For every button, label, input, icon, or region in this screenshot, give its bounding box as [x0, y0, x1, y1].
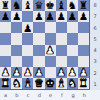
square-a3[interactable] [0, 56, 11, 67]
white-pawn: ♟ [34, 67, 43, 77]
square-c8[interactable]: ♝ [22, 0, 33, 11]
square-f2[interactable]: ♟ [56, 67, 67, 78]
square-f5[interactable] [56, 33, 67, 44]
file-label-h: h [79, 90, 90, 100]
rank-label-1: 1 [90, 79, 100, 90]
square-c5[interactable] [22, 33, 33, 44]
white-bishop: ♝ [23, 78, 32, 88]
square-d3[interactable] [33, 56, 44, 67]
black-pawn: ♟ [56, 11, 65, 21]
black-pawn: ♟ [79, 11, 88, 21]
square-f8[interactable]: ♝ [56, 0, 67, 11]
file-coordinates: abcdefgh [0, 90, 90, 100]
square-c3[interactable] [22, 56, 33, 67]
square-e6[interactable] [45, 22, 56, 33]
file-label-e: e [45, 90, 56, 100]
square-d8[interactable]: ♛ [33, 0, 44, 11]
square-a7[interactable]: ♟ [0, 11, 11, 22]
square-d5[interactable] [33, 33, 44, 44]
black-bishop: ♝ [23, 0, 32, 10]
white-pawn: ♟ [45, 45, 54, 55]
square-e8[interactable]: ♚ [45, 0, 56, 11]
white-bishop: ♝ [56, 78, 65, 88]
square-a6[interactable] [0, 22, 11, 33]
square-g3[interactable] [67, 56, 78, 67]
square-e4[interactable]: ♟ [45, 45, 56, 56]
square-b7[interactable]: ♟ [11, 11, 22, 22]
white-pawn: ♟ [68, 67, 77, 77]
white-knight: ♞ [12, 78, 21, 88]
file-label-b: b [11, 90, 22, 100]
square-g4[interactable] [67, 45, 78, 56]
white-knight: ♞ [68, 78, 77, 88]
square-h5[interactable] [78, 33, 89, 44]
square-g5[interactable] [67, 33, 78, 44]
square-d6[interactable] [33, 22, 44, 33]
square-c1[interactable]: ♝ [22, 78, 33, 89]
square-b3[interactable] [11, 56, 22, 67]
square-g7[interactable]: ♟ [67, 11, 78, 22]
square-a1[interactable]: ♜ [0, 78, 11, 89]
black-pawn: ♟ [34, 11, 43, 21]
square-d2[interactable]: ♟ [33, 67, 44, 78]
square-g6[interactable] [67, 22, 78, 33]
square-a2[interactable]: ♟ [0, 67, 11, 78]
square-g1[interactable]: ♞ [67, 78, 78, 89]
square-f7[interactable]: ♟ [56, 11, 67, 22]
square-e5[interactable] [45, 33, 56, 44]
square-d7[interactable]: ♟ [33, 11, 44, 22]
square-e7[interactable]: ♟ [45, 11, 56, 22]
black-king: ♚ [45, 0, 54, 10]
square-a8[interactable]: ♜ [0, 0, 11, 11]
square-h7[interactable]: ♟ [78, 11, 89, 22]
square-c6[interactable]: ♟ [22, 22, 33, 33]
rank-label-7: 7 [90, 11, 100, 22]
square-f1[interactable]: ♝ [56, 78, 67, 89]
black-knight: ♞ [68, 0, 77, 10]
white-king: ♚ [45, 78, 54, 88]
square-b8[interactable]: ♞ [11, 0, 22, 11]
file-label-c: c [23, 90, 34, 100]
black-rook: ♜ [1, 0, 10, 10]
square-b1[interactable]: ♞ [11, 78, 22, 89]
square-c4[interactable] [22, 45, 33, 56]
black-pawn: ♟ [45, 11, 54, 21]
square-e2[interactable] [45, 67, 56, 78]
white-rook: ♜ [79, 78, 88, 88]
black-pawn: ♟ [23, 22, 32, 32]
chessboard-widget: ♜♞♝♛♚♝♞♜♟♟♟♟♟♟♟♟♟♟♟♟♟♟♟♟♜♞♝♛♚♝♞♜ 8765432… [0, 0, 100, 100]
square-f3[interactable] [56, 56, 67, 67]
rank-label-6: 6 [90, 23, 100, 34]
black-pawn: ♟ [68, 11, 77, 21]
square-b5[interactable] [11, 33, 22, 44]
square-e1[interactable]: ♚ [45, 78, 56, 89]
square-a4[interactable] [0, 45, 11, 56]
square-e3[interactable] [45, 56, 56, 67]
black-knight: ♞ [12, 0, 21, 10]
file-label-d: d [34, 90, 45, 100]
square-f4[interactable] [56, 45, 67, 56]
rank-coordinates: 87654321 [90, 0, 100, 90]
black-pawn: ♟ [12, 11, 21, 21]
square-g8[interactable]: ♞ [67, 0, 78, 11]
white-queen: ♛ [34, 78, 43, 88]
file-label-a: a [0, 90, 11, 100]
rank-label-3: 3 [90, 56, 100, 67]
square-h2[interactable]: ♟ [78, 67, 89, 78]
rank-label-4: 4 [90, 45, 100, 56]
black-queen: ♛ [34, 0, 43, 10]
white-pawn: ♟ [79, 67, 88, 77]
square-b2[interactable]: ♟ [11, 67, 22, 78]
square-c2[interactable]: ♟ [22, 67, 33, 78]
white-pawn: ♟ [1, 67, 10, 77]
file-label-f: f [56, 90, 67, 100]
rank-label-8: 8 [90, 0, 100, 11]
square-h4[interactable] [78, 45, 89, 56]
white-pawn: ♟ [23, 67, 32, 77]
black-rook: ♜ [79, 0, 88, 10]
square-b6[interactable] [11, 22, 22, 33]
white-pawn: ♟ [12, 67, 21, 77]
square-c7[interactable] [22, 11, 33, 22]
rank-label-5: 5 [90, 34, 100, 45]
square-a5[interactable] [0, 33, 11, 44]
square-h6[interactable] [78, 22, 89, 33]
black-pawn: ♟ [1, 11, 10, 21]
square-g2[interactable]: ♟ [67, 67, 78, 78]
black-bishop: ♝ [56, 0, 65, 10]
white-rook: ♜ [1, 78, 10, 88]
square-h8[interactable]: ♜ [78, 0, 89, 11]
white-pawn: ♟ [56, 67, 65, 77]
square-b4[interactable] [11, 45, 22, 56]
file-label-g: g [68, 90, 79, 100]
square-h3[interactable] [78, 56, 89, 67]
square-f6[interactable] [56, 22, 67, 33]
square-h1[interactable]: ♜ [78, 78, 89, 89]
chessboard: ♜♞♝♛♚♝♞♜♟♟♟♟♟♟♟♟♟♟♟♟♟♟♟♟♜♞♝♛♚♝♞♜ [0, 0, 90, 90]
square-d4[interactable] [33, 45, 44, 56]
corner-spacer [90, 90, 100, 100]
rank-label-2: 2 [90, 68, 100, 79]
square-d1[interactable]: ♛ [33, 78, 44, 89]
